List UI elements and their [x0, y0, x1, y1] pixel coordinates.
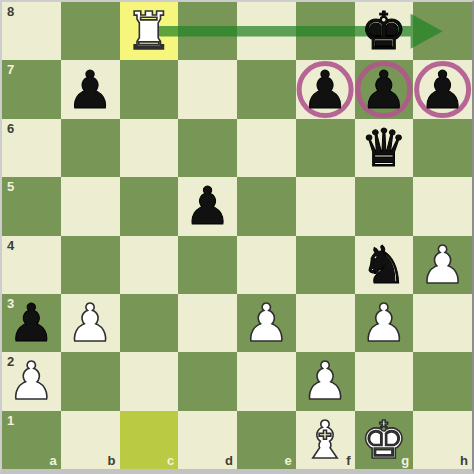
square-a3[interactable]: 3♟ — [2, 294, 61, 352]
rank-label-1: 1 — [7, 414, 14, 427]
square-f3[interactable] — [296, 294, 355, 352]
square-e8[interactable] — [237, 2, 296, 60]
square-b4[interactable] — [61, 236, 120, 294]
square-e4[interactable] — [237, 236, 296, 294]
square-e1[interactable]: e — [237, 411, 296, 469]
white-pawn[interactable]: ♟ — [419, 239, 466, 291]
square-a7[interactable]: 7 — [2, 60, 61, 118]
white-king[interactable]: ♚ — [361, 414, 408, 466]
square-g5[interactable] — [355, 177, 414, 235]
square-h6[interactable] — [413, 119, 472, 177]
square-e2[interactable] — [237, 352, 296, 410]
square-e3[interactable]: ♟ — [237, 294, 296, 352]
square-h8[interactable] — [413, 2, 472, 60]
file-label-c: c — [167, 454, 174, 467]
square-b6[interactable] — [61, 119, 120, 177]
white-pawn[interactable]: ♟ — [67, 297, 114, 349]
square-d6[interactable] — [178, 119, 237, 177]
square-a2[interactable]: 2♟ — [2, 352, 61, 410]
black-pawn[interactable]: ♟ — [8, 297, 55, 349]
square-a1[interactable]: 1a — [2, 411, 61, 469]
square-d7[interactable] — [178, 60, 237, 118]
rank-label-4: 4 — [7, 239, 14, 252]
black-pawn[interactable]: ♟ — [302, 64, 349, 116]
square-f2[interactable]: ♟ — [296, 352, 355, 410]
chess-board: 8♜♚7♟♟♟♟6♛5♟4♞♟3♟♟♟♟2♟♟1abcdef♝g♚h — [2, 2, 472, 469]
square-h3[interactable] — [413, 294, 472, 352]
square-c3[interactable] — [120, 294, 179, 352]
square-b1[interactable]: b — [61, 411, 120, 469]
square-b5[interactable] — [61, 177, 120, 235]
square-c7[interactable] — [120, 60, 179, 118]
white-pawn[interactable]: ♟ — [8, 355, 55, 407]
square-h2[interactable] — [413, 352, 472, 410]
square-d8[interactable] — [178, 2, 237, 60]
file-label-e: e — [285, 454, 292, 467]
square-b7[interactable]: ♟ — [61, 60, 120, 118]
square-a6[interactable]: 6 — [2, 119, 61, 177]
black-pawn[interactable]: ♟ — [184, 180, 231, 232]
black-king[interactable]: ♚ — [361, 5, 408, 57]
black-pawn[interactable]: ♟ — [361, 64, 408, 116]
square-g6[interactable]: ♛ — [355, 119, 414, 177]
white-bishop[interactable]: ♝ — [302, 414, 349, 466]
rank-label-7: 7 — [7, 63, 14, 76]
square-d1[interactable]: d — [178, 411, 237, 469]
square-g7[interactable]: ♟ — [355, 60, 414, 118]
square-h1[interactable]: h — [413, 411, 472, 469]
black-pawn[interactable]: ♟ — [419, 64, 466, 116]
rank-label-8: 8 — [7, 5, 14, 18]
square-g3[interactable]: ♟ — [355, 294, 414, 352]
square-b8[interactable] — [61, 2, 120, 60]
square-f1[interactable]: f♝ — [296, 411, 355, 469]
white-rook[interactable]: ♜ — [126, 5, 173, 57]
square-e6[interactable] — [237, 119, 296, 177]
square-f7[interactable]: ♟ — [296, 60, 355, 118]
square-a8[interactable]: 8 — [2, 2, 61, 60]
square-b3[interactable]: ♟ — [61, 294, 120, 352]
white-pawn[interactable]: ♟ — [243, 297, 290, 349]
black-knight[interactable]: ♞ — [361, 239, 408, 291]
square-g4[interactable]: ♞ — [355, 236, 414, 294]
rank-label-5: 5 — [7, 180, 14, 193]
square-d2[interactable] — [178, 352, 237, 410]
square-d3[interactable] — [178, 294, 237, 352]
black-queen[interactable]: ♛ — [361, 122, 408, 174]
square-f5[interactable] — [296, 177, 355, 235]
square-g1[interactable]: g♚ — [355, 411, 414, 469]
square-c2[interactable] — [120, 352, 179, 410]
square-c5[interactable] — [120, 177, 179, 235]
square-g8[interactable]: ♚ — [355, 2, 414, 60]
square-c8[interactable]: ♜ — [120, 2, 179, 60]
square-e7[interactable] — [237, 60, 296, 118]
file-label-a: a — [50, 454, 57, 467]
square-h4[interactable]: ♟ — [413, 236, 472, 294]
square-c1[interactable]: c — [120, 411, 179, 469]
square-a4[interactable]: 4 — [2, 236, 61, 294]
square-h7[interactable]: ♟ — [413, 60, 472, 118]
square-b2[interactable] — [61, 352, 120, 410]
square-f4[interactable] — [296, 236, 355, 294]
board-frame: 8♜♚7♟♟♟♟6♛5♟4♞♟3♟♟♟♟2♟♟1abcdef♝g♚h — [0, 0, 474, 474]
rank-label-6: 6 — [7, 122, 14, 135]
black-pawn[interactable]: ♟ — [67, 64, 114, 116]
square-d4[interactable] — [178, 236, 237, 294]
white-pawn[interactable]: ♟ — [302, 355, 349, 407]
file-label-h: h — [460, 454, 468, 467]
white-pawn[interactable]: ♟ — [361, 297, 408, 349]
square-f6[interactable] — [296, 119, 355, 177]
file-label-b: b — [108, 454, 116, 467]
square-e5[interactable] — [237, 177, 296, 235]
square-f8[interactable] — [296, 2, 355, 60]
square-a5[interactable]: 5 — [2, 177, 61, 235]
square-h5[interactable] — [413, 177, 472, 235]
square-d5[interactable]: ♟ — [178, 177, 237, 235]
file-label-d: d — [225, 454, 233, 467]
square-c4[interactable] — [120, 236, 179, 294]
square-c6[interactable] — [120, 119, 179, 177]
square-g2[interactable] — [355, 352, 414, 410]
